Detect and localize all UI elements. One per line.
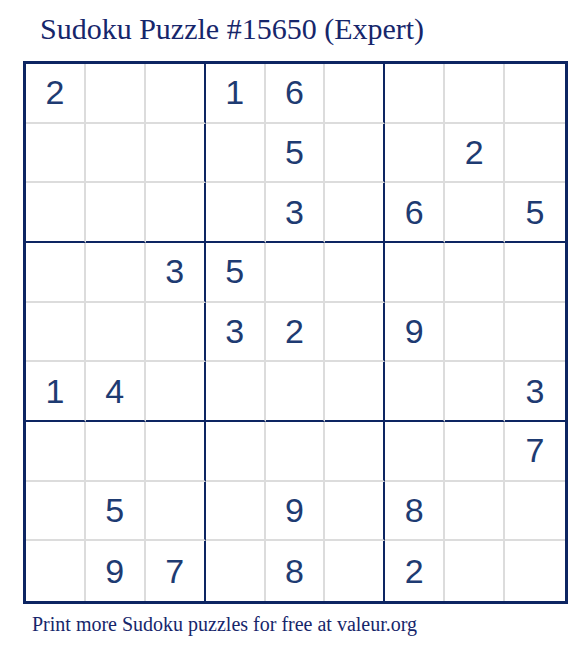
cell-r5c9 [505,303,565,363]
cell-r5c2 [86,303,146,363]
cell-r4c5 [266,243,326,303]
cell-r3c4 [206,183,266,243]
page-title: Sudoku Puzzle #15650 (Expert) [40,12,424,45]
cell-r1c1: 2 [26,64,86,124]
cell-r1c4: 1 [206,64,266,124]
cell-r6c7 [385,362,445,422]
cell-r8c6 [325,482,385,542]
cell-r2c3 [146,124,206,184]
cell-r6c8 [445,362,505,422]
cell-r7c4 [206,422,266,482]
cell-r5c8 [445,303,505,363]
cell-r6c2: 4 [86,362,146,422]
cell-r5c7: 9 [385,303,445,363]
cell-r7c1 [26,422,86,482]
cell-r2c7 [385,124,445,184]
cell-r7c3 [146,422,206,482]
footer-text: Print more Sudoku puzzles for free at va… [32,613,417,636]
sudoku-board: 216523653532914375989782 [23,61,568,604]
cell-r4c9 [505,243,565,303]
cell-r4c4: 5 [206,243,266,303]
cell-r1c9 [505,64,565,124]
cell-r3c5: 3 [266,183,326,243]
cell-r6c9: 3 [505,362,565,422]
cell-r6c5 [266,362,326,422]
cell-r9c5: 8 [266,541,326,601]
cell-r5c3 [146,303,206,363]
cell-r3c7: 6 [385,183,445,243]
cell-r9c4 [206,541,266,601]
cell-r3c6 [325,183,385,243]
cell-r8c1 [26,482,86,542]
cell-r6c3 [146,362,206,422]
cell-r4c2 [86,243,146,303]
cell-r3c2 [86,183,146,243]
cell-r2c8: 2 [445,124,505,184]
cell-r1c3 [146,64,206,124]
cell-r8c3 [146,482,206,542]
cell-r8c4 [206,482,266,542]
cell-r9c1 [26,541,86,601]
cell-r7c6 [325,422,385,482]
cell-r2c2 [86,124,146,184]
cell-r2c6 [325,124,385,184]
cell-r1c5: 6 [266,64,326,124]
cell-r4c6 [325,243,385,303]
cell-r2c9 [505,124,565,184]
sudoku-page: Sudoku Puzzle #15650 (Expert) 2165236535… [0,0,580,651]
cell-r8c2: 5 [86,482,146,542]
cell-r7c5 [266,422,326,482]
cell-r5c4: 3 [206,303,266,363]
cell-r9c3: 7 [146,541,206,601]
cell-r6c4 [206,362,266,422]
cell-r9c7: 2 [385,541,445,601]
cell-r6c1: 1 [26,362,86,422]
cell-r5c1 [26,303,86,363]
cell-r8c8 [445,482,505,542]
cell-r4c3: 3 [146,243,206,303]
cell-r9c8 [445,541,505,601]
cell-r9c2: 9 [86,541,146,601]
cell-r4c1 [26,243,86,303]
cell-r2c5: 5 [266,124,326,184]
cell-r9c9 [505,541,565,601]
cell-r8c7: 8 [385,482,445,542]
cell-r3c9: 5 [505,183,565,243]
cell-r1c2 [86,64,146,124]
cell-r4c7 [385,243,445,303]
cell-r7c9: 7 [505,422,565,482]
cell-r3c1 [26,183,86,243]
cell-r9c6 [325,541,385,601]
cell-r1c8 [445,64,505,124]
cell-r3c8 [445,183,505,243]
cell-r6c6 [325,362,385,422]
cell-r1c6 [325,64,385,124]
cell-r8c5: 9 [266,482,326,542]
cell-r7c2 [86,422,146,482]
cell-r2c1 [26,124,86,184]
cell-r8c9 [505,482,565,542]
cell-r2c4 [206,124,266,184]
cell-r7c8 [445,422,505,482]
cell-r1c7 [385,64,445,124]
cell-r5c5: 2 [266,303,326,363]
cell-r4c8 [445,243,505,303]
cell-r3c3 [146,183,206,243]
cell-r5c6 [325,303,385,363]
cell-r7c7 [385,422,445,482]
